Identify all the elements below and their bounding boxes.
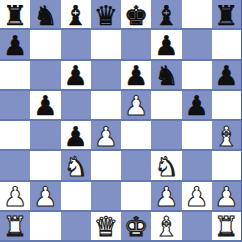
square-a4[interactable] <box>0 121 30 151</box>
piece-black-bishop[interactable]: ♝ <box>154 2 178 29</box>
square-h4[interactable]: ♝ <box>212 121 242 151</box>
piece-white-knight[interactable]: ♞ <box>64 153 88 180</box>
square-a2[interactable]: ♟ <box>0 182 30 212</box>
square-f2[interactable]: ♟ <box>151 182 181 212</box>
square-d2[interactable] <box>91 182 121 212</box>
square-e3[interactable] <box>121 151 151 181</box>
square-h8[interactable]: ♜ <box>212 0 242 30</box>
square-a1[interactable]: ♜ <box>0 212 30 242</box>
piece-white-pawn[interactable]: ♟ <box>154 183 178 210</box>
square-g4[interactable] <box>182 121 212 151</box>
piece-white-queen[interactable]: ♛ <box>94 213 118 240</box>
square-f8[interactable]: ♝ <box>151 0 181 30</box>
square-g8[interactable] <box>182 0 212 30</box>
square-e2[interactable] <box>121 182 151 212</box>
square-b2[interactable]: ♟ <box>30 182 60 212</box>
square-a3[interactable] <box>0 151 30 181</box>
piece-black-pawn[interactable]: ♟ <box>33 92 57 119</box>
piece-black-pawn[interactable]: ♟ <box>124 62 148 89</box>
square-f3[interactable]: ♞ <box>151 151 181 181</box>
square-b4[interactable] <box>30 121 60 151</box>
piece-black-pawn[interactable]: ♟ <box>64 123 88 150</box>
square-d4[interactable]: ♟ <box>91 121 121 151</box>
square-g6[interactable] <box>182 61 212 91</box>
square-g2[interactable]: ♟ <box>182 182 212 212</box>
piece-white-pawn[interactable]: ♟ <box>33 183 57 210</box>
piece-black-king[interactable]: ♚ <box>124 2 148 29</box>
square-a6[interactable] <box>0 61 30 91</box>
square-e4[interactable] <box>121 121 151 151</box>
square-c4[interactable]: ♟ <box>61 121 91 151</box>
square-a5[interactable] <box>0 91 30 121</box>
piece-black-pawn[interactable]: ♟ <box>3 32 27 59</box>
square-b7[interactable] <box>30 30 60 60</box>
square-f5[interactable] <box>151 91 181 121</box>
square-f7[interactable]: ♟ <box>151 30 181 60</box>
piece-white-pawn[interactable]: ♟ <box>94 123 118 150</box>
piece-white-rook[interactable]: ♜ <box>214 213 238 240</box>
square-e5[interactable]: ♟ <box>121 91 151 121</box>
square-b5[interactable]: ♟ <box>30 91 60 121</box>
piece-white-bishop[interactable]: ♝ <box>154 213 178 240</box>
square-d6[interactable] <box>91 61 121 91</box>
square-h2[interactable]: ♟ <box>212 182 242 212</box>
square-g3[interactable] <box>182 151 212 181</box>
square-e6[interactable]: ♟ <box>121 61 151 91</box>
square-c8[interactable]: ♝ <box>61 0 91 30</box>
square-e1[interactable]: ♚ <box>121 212 151 242</box>
square-d5[interactable] <box>91 91 121 121</box>
square-f6[interactable]: ♞ <box>151 61 181 91</box>
square-b3[interactable] <box>30 151 60 181</box>
piece-black-pawn[interactable]: ♟ <box>64 62 88 89</box>
piece-black-knight[interactable]: ♞ <box>33 2 57 29</box>
square-a8[interactable]: ♜ <box>0 0 30 30</box>
square-c3[interactable]: ♞ <box>61 151 91 181</box>
square-b6[interactable] <box>30 61 60 91</box>
square-h7[interactable] <box>212 30 242 60</box>
square-b1[interactable] <box>30 212 60 242</box>
piece-white-bishop[interactable]: ♝ <box>214 123 238 150</box>
square-g5[interactable]: ♟ <box>182 91 212 121</box>
chess-board: ♜♞♝♛♚♝♜♟♟♟♟♞♟♟♟♟♟♟♝♞♞♟♟♟♟♟♜♛♚♝♜ <box>0 0 242 242</box>
square-d3[interactable] <box>91 151 121 181</box>
square-c6[interactable]: ♟ <box>61 61 91 91</box>
square-h5[interactable] <box>212 91 242 121</box>
square-c1[interactable] <box>61 212 91 242</box>
square-e8[interactable]: ♚ <box>121 0 151 30</box>
piece-black-pawn[interactable]: ♟ <box>185 92 209 119</box>
square-c5[interactable] <box>61 91 91 121</box>
piece-white-knight[interactable]: ♞ <box>154 153 178 180</box>
square-g1[interactable] <box>182 212 212 242</box>
square-g7[interactable] <box>182 30 212 60</box>
piece-black-pawn[interactable]: ♟ <box>214 62 238 89</box>
piece-white-pawn[interactable]: ♟ <box>124 92 148 119</box>
piece-white-pawn[interactable]: ♟ <box>214 183 238 210</box>
piece-white-pawn[interactable]: ♟ <box>185 183 209 210</box>
square-h1[interactable]: ♜ <box>212 212 242 242</box>
piece-black-bishop[interactable]: ♝ <box>64 2 88 29</box>
piece-black-knight[interactable]: ♞ <box>154 62 178 89</box>
square-f1[interactable]: ♝ <box>151 212 181 242</box>
piece-white-rook[interactable]: ♜ <box>3 213 27 240</box>
square-h6[interactable]: ♟ <box>212 61 242 91</box>
square-d1[interactable]: ♛ <box>91 212 121 242</box>
square-c2[interactable] <box>61 182 91 212</box>
square-f4[interactable] <box>151 121 181 151</box>
square-a7[interactable]: ♟ <box>0 30 30 60</box>
square-d8[interactable]: ♛ <box>91 0 121 30</box>
piece-black-queen[interactable]: ♛ <box>94 2 118 29</box>
piece-black-pawn[interactable]: ♟ <box>154 32 178 59</box>
piece-black-rook[interactable]: ♜ <box>214 2 238 29</box>
square-e7[interactable] <box>121 30 151 60</box>
piece-white-king[interactable]: ♚ <box>124 213 148 240</box>
square-b8[interactable]: ♞ <box>30 0 60 30</box>
square-c7[interactable] <box>61 30 91 60</box>
square-d7[interactable] <box>91 30 121 60</box>
piece-black-rook[interactable]: ♜ <box>3 2 27 29</box>
square-h3[interactable] <box>212 151 242 181</box>
piece-white-pawn[interactable]: ♟ <box>3 183 27 210</box>
